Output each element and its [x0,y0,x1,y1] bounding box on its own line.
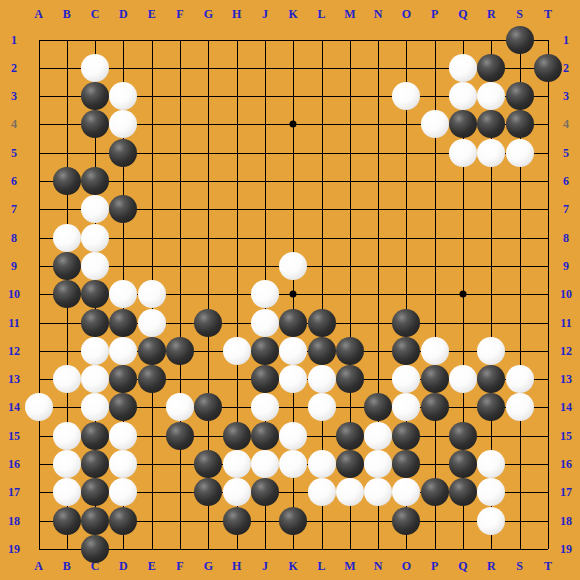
white-stone-R12 [477,337,505,365]
row-label-left: 2 [11,60,17,75]
column-label-bottom: L [317,559,325,574]
white-stone-N15 [364,422,392,450]
column-label-bottom: N [374,559,383,574]
white-stone-Q5 [449,139,477,167]
black-stone-C17 [81,478,109,506]
white-stone-N16 [364,450,392,478]
black-stone-C4 [81,110,109,138]
white-stone-A14 [25,393,53,421]
column-label-bottom: A [34,559,43,574]
row-label-right: 19 [560,541,572,556]
white-stone-F14 [166,393,194,421]
black-stone-Q15 [449,422,477,450]
column-label-top: P [431,7,438,22]
row-label-right: 15 [560,428,572,443]
white-stone-K15 [279,422,307,450]
column-label-top: O [402,7,411,22]
column-label-top: A [34,7,43,22]
black-stone-F15 [166,422,194,450]
black-stone-D5 [109,139,137,167]
column-label-top: K [289,7,298,22]
white-stone-O14 [392,393,420,421]
row-label-left: 4 [11,117,17,132]
column-label-top: G [204,7,213,22]
column-label-top: H [232,7,241,22]
column-label-bottom: O [402,559,411,574]
white-stone-E10 [138,280,166,308]
row-label-left: 5 [11,145,17,160]
black-stone-M15 [336,422,364,450]
black-stone-D7 [109,195,137,223]
row-label-right: 17 [560,485,572,500]
white-stone-R18 [477,507,505,535]
black-stone-P17 [421,478,449,506]
white-stone-O13 [392,365,420,393]
column-label-bottom: B [63,559,71,574]
row-label-right: 10 [560,287,572,302]
white-stone-R5 [477,139,505,167]
row-label-right: 18 [560,513,572,528]
white-stone-D10 [109,280,137,308]
column-label-bottom: K [289,559,298,574]
column-label-bottom: S [516,559,523,574]
white-stone-R16 [477,450,505,478]
white-stone-K9 [279,252,307,280]
row-label-left: 7 [11,202,17,217]
white-stone-P4 [421,110,449,138]
black-stone-C16 [81,450,109,478]
star-point [290,291,297,298]
row-label-right: 5 [563,145,569,160]
black-stone-Q4 [449,110,477,138]
column-label-top: T [544,7,552,22]
black-stone-P13 [421,365,449,393]
white-stone-D4 [109,110,137,138]
black-stone-G11 [194,309,222,337]
black-stone-R2 [477,54,505,82]
row-label-right: 4 [563,117,569,132]
column-label-top: R [487,7,496,22]
column-label-top: N [374,7,383,22]
column-label-top: D [119,7,128,22]
grid-line-vertical [548,40,549,549]
white-stone-C14 [81,393,109,421]
white-stone-L13 [308,365,336,393]
black-stone-J17 [251,478,279,506]
white-stone-S5 [506,139,534,167]
row-label-right: 2 [563,60,569,75]
column-label-bottom: M [344,559,355,574]
white-stone-P12 [421,337,449,365]
black-stone-H18 [223,507,251,535]
black-stone-G17 [194,478,222,506]
black-stone-R14 [477,393,505,421]
row-label-right: 1 [563,32,569,47]
white-stone-C12 [81,337,109,365]
white-stone-M17 [336,478,364,506]
black-stone-Q17 [449,478,477,506]
row-label-left: 15 [8,428,20,443]
black-stone-E12 [138,337,166,365]
black-stone-F12 [166,337,194,365]
white-stone-R3 [477,82,505,110]
black-stone-O11 [392,309,420,337]
white-stone-L14 [308,393,336,421]
black-stone-C18 [81,507,109,535]
column-label-top: S [516,7,523,22]
white-stone-B13 [53,365,81,393]
white-stone-C13 [81,365,109,393]
row-label-right: 8 [563,230,569,245]
black-stone-O18 [392,507,420,535]
white-stone-H12 [223,337,251,365]
white-stone-C7 [81,195,109,223]
black-stone-N14 [364,393,392,421]
white-stone-J16 [251,450,279,478]
black-stone-R4 [477,110,505,138]
star-point [290,121,297,128]
row-label-right: 7 [563,202,569,217]
black-stone-B6 [53,167,81,195]
row-label-left: 12 [8,343,20,358]
black-stone-G14 [194,393,222,421]
row-label-left: 14 [8,400,20,415]
black-stone-L12 [308,337,336,365]
column-label-top: E [148,7,156,22]
black-stone-O12 [392,337,420,365]
black-stone-C19 [81,535,109,563]
white-stone-C9 [81,252,109,280]
white-stone-B8 [53,224,81,252]
row-label-right: 14 [560,400,572,415]
row-label-right: 9 [563,258,569,273]
white-stone-K12 [279,337,307,365]
white-stone-B17 [53,478,81,506]
black-stone-J12 [251,337,279,365]
white-stone-K13 [279,365,307,393]
black-stone-B10 [53,280,81,308]
row-label-left: 19 [8,541,20,556]
black-stone-O15 [392,422,420,450]
column-label-bottom: Q [458,559,467,574]
column-label-bottom: T [544,559,552,574]
column-label-top: B [63,7,71,22]
white-stone-C8 [81,224,109,252]
star-point [460,291,467,298]
column-label-top: L [317,7,325,22]
white-stone-S14 [506,393,534,421]
column-label-bottom: F [176,559,183,574]
black-stone-T2 [534,54,562,82]
black-stone-C10 [81,280,109,308]
black-stone-L11 [308,309,336,337]
row-label-left: 3 [11,89,17,104]
black-stone-S4 [506,110,534,138]
black-stone-O16 [392,450,420,478]
black-stone-S1 [506,26,534,54]
column-label-top: F [176,7,183,22]
white-stone-N17 [364,478,392,506]
black-stone-C3 [81,82,109,110]
black-stone-D14 [109,393,137,421]
white-stone-L17 [308,478,336,506]
white-stone-S13 [506,365,534,393]
white-stone-D3 [109,82,137,110]
white-stone-J11 [251,309,279,337]
white-stone-D15 [109,422,137,450]
column-label-bottom: R [487,559,496,574]
row-label-left: 6 [11,174,17,189]
row-label-left: 8 [11,230,17,245]
black-stone-M13 [336,365,364,393]
white-stone-Q13 [449,365,477,393]
white-stone-O3 [392,82,420,110]
white-stone-D16 [109,450,137,478]
row-label-left: 17 [8,485,20,500]
white-stone-O17 [392,478,420,506]
row-label-left: 9 [11,258,17,273]
black-stone-M16 [336,450,364,478]
column-label-top: C [91,7,100,22]
black-stone-C6 [81,167,109,195]
black-stone-D13 [109,365,137,393]
column-label-bottom: D [119,559,128,574]
row-label-right: 11 [560,315,571,330]
white-stone-J14 [251,393,279,421]
black-stone-B9 [53,252,81,280]
white-stone-K16 [279,450,307,478]
black-stone-E13 [138,365,166,393]
white-stone-Q2 [449,54,477,82]
black-stone-S3 [506,82,534,110]
black-stone-J13 [251,365,279,393]
white-stone-H17 [223,478,251,506]
black-stone-D11 [109,309,137,337]
row-label-left: 11 [8,315,19,330]
black-stone-C11 [81,309,109,337]
white-stone-J10 [251,280,279,308]
white-stone-D17 [109,478,137,506]
white-stone-E11 [138,309,166,337]
column-label-bottom: H [232,559,241,574]
black-stone-P14 [421,393,449,421]
white-stone-R17 [477,478,505,506]
black-stone-H15 [223,422,251,450]
black-stone-B18 [53,507,81,535]
white-stone-B15 [53,422,81,450]
column-label-top: Q [458,7,467,22]
column-label-bottom: E [148,559,156,574]
row-label-left: 16 [8,457,20,472]
row-label-left: 18 [8,513,20,528]
black-stone-J15 [251,422,279,450]
column-label-bottom: G [204,559,213,574]
row-label-left: 13 [8,372,20,387]
white-stone-H16 [223,450,251,478]
white-stone-Q3 [449,82,477,110]
row-label-left: 10 [8,287,20,302]
row-label-right: 6 [563,174,569,189]
white-stone-L16 [308,450,336,478]
black-stone-K11 [279,309,307,337]
black-stone-D18 [109,507,137,535]
row-label-right: 3 [563,89,569,104]
grid-line-horizontal [39,549,548,550]
white-stone-C2 [81,54,109,82]
row-label-right: 16 [560,457,572,472]
black-stone-Q16 [449,450,477,478]
white-stone-B16 [53,450,81,478]
go-board[interactable]: AABBCCDDEEFFGGHHJJKKLLMMNNOOPPQQRRSSTT11… [0,0,580,580]
white-stone-D12 [109,337,137,365]
black-stone-M12 [336,337,364,365]
column-label-bottom: P [431,559,438,574]
black-stone-C15 [81,422,109,450]
row-label-right: 12 [560,343,572,358]
black-stone-K18 [279,507,307,535]
column-label-top: M [344,7,355,22]
column-label-bottom: J [262,559,268,574]
black-stone-G16 [194,450,222,478]
black-stone-R13 [477,365,505,393]
row-label-left: 1 [11,32,17,47]
row-label-right: 13 [560,372,572,387]
column-label-top: J [262,7,268,22]
